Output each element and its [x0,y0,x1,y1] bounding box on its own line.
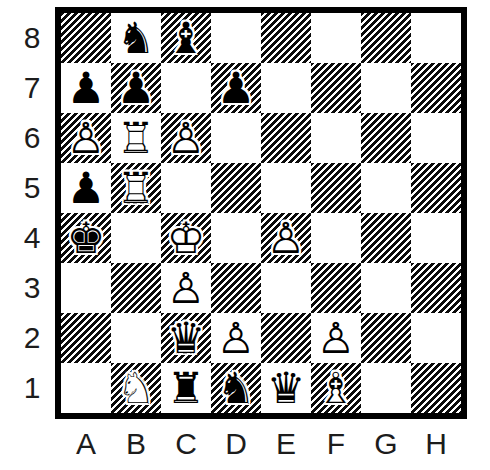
square-g1[interactable] [361,363,411,413]
square-h2[interactable] [411,313,461,363]
square-f3[interactable] [311,263,361,313]
file-label-d: D [211,424,261,464]
square-c1[interactable]: ♜♜ [161,363,211,413]
square-g7[interactable] [361,63,411,113]
square-g4[interactable] [361,213,411,263]
square-a3[interactable] [61,263,111,313]
square-c3[interactable]: ♟♙ [161,263,211,313]
white-pawn-icon: ♙ [61,113,111,163]
black-rook-icon: ♜ [161,363,211,413]
square-c2[interactable]: ♛♛ [161,313,211,363]
white-knight-fill: ♞ [111,363,161,413]
black-king-fill: ♚ [61,213,111,263]
square-b7[interactable]: ♟♟ [111,63,161,113]
file-label-a: A [61,424,111,464]
square-a8[interactable] [61,13,111,63]
black-pawn-fill: ♟ [211,63,261,113]
square-d4[interactable] [211,213,261,263]
white-rook-icon: ♖ [111,163,161,213]
file-label-b: B [111,424,161,464]
square-d8[interactable] [211,13,261,63]
black-queen-fill: ♛ [161,313,211,363]
square-e7[interactable] [261,63,311,113]
black-knight-icon: ♞ [211,363,261,413]
black-pawn-fill: ♟ [111,63,161,113]
square-g3[interactable] [361,263,411,313]
square-g5[interactable] [361,163,411,213]
white-pawn-icon: ♙ [261,213,311,263]
white-pawn-fill: ♟ [261,213,311,263]
black-knight-fill: ♞ [111,13,161,63]
rank-labels: 87654321 [14,13,50,413]
square-f8[interactable] [311,13,361,63]
black-queen-icon: ♛ [261,363,311,413]
rank-label-8: 8 [14,13,50,63]
square-b2[interactable] [111,313,161,363]
file-labels: ABCDEFGH [61,424,461,464]
square-e3[interactable] [261,263,311,313]
white-rook-icon: ♖ [111,113,161,163]
square-a7[interactable]: ♟♟ [61,63,111,113]
square-d7[interactable]: ♟♟ [211,63,261,113]
square-f1[interactable]: ♝♗ [311,363,361,413]
chess-diagram-page: 87654321 ♞♞♝♝♟♟♟♟♟♟♟♙♜♖♟♙♟♟♜♖♚♚♚♔♟♙♟♙♛♛♟… [0,0,490,470]
file-label-f: F [311,424,361,464]
black-pawn-icon: ♟ [61,63,111,113]
square-h5[interactable] [411,163,461,213]
square-c4[interactable]: ♚♔ [161,213,211,263]
black-pawn-icon: ♟ [111,63,161,113]
square-h4[interactable] [411,213,461,263]
file-label-c: C [161,424,211,464]
square-b3[interactable] [111,263,161,313]
square-e6[interactable] [261,113,311,163]
black-pawn-icon: ♟ [61,163,111,213]
square-b4[interactable] [111,213,161,263]
rank-label-6: 6 [14,113,50,163]
white-pawn-icon: ♙ [211,313,261,363]
white-bishop-fill: ♝ [311,363,361,413]
square-c8[interactable]: ♝♝ [161,13,211,63]
square-a6[interactable]: ♟♙ [61,113,111,163]
square-h6[interactable] [411,113,461,163]
square-h1[interactable] [411,363,461,413]
rank-label-3: 3 [14,263,50,313]
white-king-icon: ♔ [161,213,211,263]
square-e1[interactable]: ♛♛ [261,363,311,413]
white-pawn-fill: ♟ [161,263,211,313]
square-h7[interactable] [411,63,461,113]
rank-label-2: 2 [14,313,50,363]
square-d6[interactable] [211,113,261,163]
file-label-e: E [261,424,311,464]
white-rook-fill: ♜ [111,163,161,213]
square-b5[interactable]: ♜♖ [111,163,161,213]
white-pawn-fill: ♟ [61,113,111,163]
square-h3[interactable] [411,263,461,313]
black-pawn-fill: ♟ [61,163,111,213]
black-bishop-fill: ♝ [161,13,211,63]
white-pawn-fill: ♟ [161,113,211,163]
black-queen-icon: ♛ [161,313,211,363]
square-b8[interactable]: ♞♞ [111,13,161,63]
black-pawn-icon: ♟ [211,63,261,113]
square-a5[interactable]: ♟♟ [61,163,111,213]
square-d1[interactable]: ♞♞ [211,363,261,413]
square-a2[interactable] [61,313,111,363]
white-pawn-fill: ♟ [211,313,261,363]
rank-label-4: 4 [14,213,50,263]
square-f6[interactable] [311,113,361,163]
board-grid: ♞♞♝♝♟♟♟♟♟♟♟♙♜♖♟♙♟♟♜♖♚♚♚♔♟♙♟♙♛♛♟♙♟♙♞♘♜♜♞♞… [61,13,461,413]
black-pawn-fill: ♟ [61,63,111,113]
white-pawn-icon: ♙ [161,113,211,163]
square-e4[interactable]: ♟♙ [261,213,311,263]
white-king-fill: ♚ [161,213,211,263]
black-knight-fill: ♞ [211,363,261,413]
square-e8[interactable] [261,13,311,63]
square-g2[interactable] [361,313,411,363]
white-knight-icon: ♘ [111,363,161,413]
square-f2[interactable]: ♟♙ [311,313,361,363]
white-pawn-fill: ♟ [311,313,361,363]
black-queen-fill: ♛ [261,363,311,413]
square-e5[interactable] [261,163,311,213]
square-c7[interactable] [161,63,211,113]
square-b6[interactable]: ♜♖ [111,113,161,163]
square-b1[interactable]: ♞♘ [111,363,161,413]
square-h8[interactable] [411,13,461,63]
square-a1[interactable] [61,363,111,413]
file-label-h: H [411,424,461,464]
square-f4[interactable] [311,213,361,263]
white-bishop-icon: ♗ [311,363,361,413]
black-bishop-icon: ♝ [161,13,211,63]
square-d2[interactable]: ♟♙ [211,313,261,363]
chess-board: ♞♞♝♝♟♟♟♟♟♟♟♙♜♖♟♙♟♟♜♖♚♚♚♔♟♙♟♙♛♛♟♙♟♙♞♘♜♜♞♞… [55,7,467,419]
white-pawn-icon: ♙ [311,313,361,363]
square-d3[interactable] [211,263,261,313]
rank-label-7: 7 [14,63,50,113]
square-g8[interactable] [361,13,411,63]
square-f5[interactable] [311,163,361,213]
square-a4[interactable]: ♚♚ [61,213,111,263]
square-g6[interactable] [361,113,411,163]
white-pawn-icon: ♙ [161,263,211,313]
black-knight-icon: ♞ [111,13,161,63]
rank-label-1: 1 [14,363,50,413]
file-label-g: G [361,424,411,464]
square-c6[interactable]: ♟♙ [161,113,211,163]
square-d5[interactable] [211,163,261,213]
white-rook-fill: ♜ [111,113,161,163]
black-rook-fill: ♜ [161,363,211,413]
rank-label-5: 5 [14,163,50,213]
square-f7[interactable] [311,63,361,113]
square-e2[interactable] [261,313,311,363]
square-c5[interactable] [161,163,211,213]
black-king-icon: ♚ [61,213,111,263]
